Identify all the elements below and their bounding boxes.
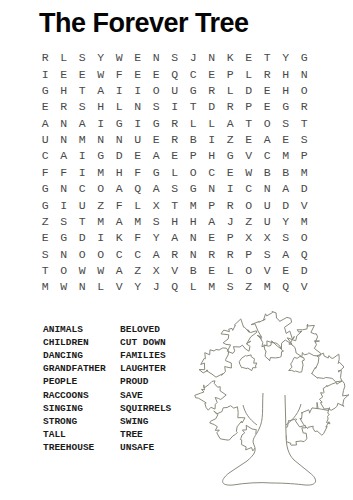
grid-cell-r4c10: D xyxy=(203,99,222,115)
grid-cell-r7c2: A xyxy=(55,148,74,164)
grid-cell-r12c15: O xyxy=(295,230,314,246)
grid-cell-r8c3: I xyxy=(73,164,92,180)
grid-cell-r14c8: V xyxy=(166,262,185,278)
grid-cell-r3c6: I xyxy=(129,83,148,99)
grid-cell-r7c8: E xyxy=(166,148,185,164)
grid-cell-r7c3: I xyxy=(73,148,92,164)
grid-cell-r5c13: O xyxy=(258,115,277,131)
grid-cell-r11c4: M xyxy=(92,213,111,229)
grid-cell-r11c8: H xyxy=(166,213,185,229)
grid-cell-r12c5: K xyxy=(110,230,129,246)
grid-cell-r11c2: S xyxy=(55,213,74,229)
grid-cell-r4c14: G xyxy=(277,99,296,115)
grid-cell-r5c5: G xyxy=(110,115,129,131)
grid-cell-r13c5: C xyxy=(110,246,129,262)
grid-cell-r6c13: A xyxy=(258,132,277,148)
grid-cell-r10c6: L xyxy=(129,197,148,213)
word-item: CUT DOWN xyxy=(120,336,171,349)
grid-cell-r1c14: Y xyxy=(277,50,296,66)
grid-cell-r5c14: S xyxy=(277,115,296,131)
tree-path xyxy=(319,381,349,411)
grid-cell-r8c11: E xyxy=(221,164,240,180)
grid-cell-r13c6: C xyxy=(129,246,148,262)
grid-cell-r3c8: U xyxy=(166,83,185,99)
grid-cell-r3c14: H xyxy=(277,83,296,99)
grid-cell-r5c9: L xyxy=(184,115,203,131)
grid-cell-r4c13: E xyxy=(258,99,277,115)
grid-cell-r10c10: P xyxy=(203,197,222,213)
grid-cell-r15c12: Z xyxy=(240,279,259,295)
grid-cell-r14c10: E xyxy=(203,262,222,278)
grid-cell-r4c1: E xyxy=(36,99,55,115)
grid-cell-r10c4: Z xyxy=(92,197,111,213)
grid-cell-r11c15: M xyxy=(295,213,314,229)
grid-cell-r8c9: O xyxy=(184,164,203,180)
word-item: FAMILIES xyxy=(120,349,171,362)
word-item: DANCING xyxy=(43,349,106,362)
grid-cell-r4c11: R xyxy=(221,99,240,115)
grid-cell-r10c13: U xyxy=(258,197,277,213)
grid-cell-r9c10: N xyxy=(203,181,222,197)
grid-cell-r15c6: Y xyxy=(129,279,148,295)
grid-cell-r15c14: Q xyxy=(277,279,296,295)
tree-illustration xyxy=(191,307,353,499)
grid-cell-r13c4: O xyxy=(92,246,111,262)
grid-cell-r13c11: R xyxy=(221,246,240,262)
grid-cell-r11c7: S xyxy=(147,213,166,229)
grid-cell-r15c3: N xyxy=(73,279,92,295)
grid-cell-r14c6: Z xyxy=(129,262,148,278)
grid-cell-r12c3: D xyxy=(73,230,92,246)
grid-cell-r14c15: D xyxy=(295,262,314,278)
grid-cell-r14c2: O xyxy=(55,262,74,278)
grid-cell-r8c4: M xyxy=(92,164,111,180)
word-search-grid: RLSYWENSJNKETYGIEEWFEEQCEPLRHNGHTAIIOUGR… xyxy=(36,50,314,295)
grid-cell-r11c10: A xyxy=(203,213,222,229)
grid-cell-r9c13: N xyxy=(258,181,277,197)
grid-cell-r13c8: R xyxy=(166,246,185,262)
grid-cell-r9c3: C xyxy=(73,181,92,197)
word-item: SQUIRRELS xyxy=(120,402,171,415)
grid-cell-r9c15: D xyxy=(295,181,314,197)
grid-cell-r5c12: T xyxy=(240,115,259,131)
grid-cell-r8c12: W xyxy=(240,164,259,180)
grid-cell-r1c5: W xyxy=(110,50,129,66)
grid-cell-r10c5: F xyxy=(110,197,129,213)
grid-cell-r4c3: S xyxy=(73,99,92,115)
grid-cell-r1c4: Y xyxy=(92,50,111,66)
grid-cell-r1c13: T xyxy=(258,50,277,66)
grid-cell-r12c14: S xyxy=(277,230,296,246)
grid-cell-r5c10: L xyxy=(203,115,222,131)
grid-cell-r13c2: N xyxy=(55,246,74,262)
grid-cell-r12c11: P xyxy=(221,230,240,246)
grid-cell-r8c6: F xyxy=(129,164,148,180)
grid-cell-r4c7: S xyxy=(147,99,166,115)
grid-cell-r2c15: N xyxy=(295,66,314,82)
grid-cell-r14c3: W xyxy=(73,262,92,278)
grid-cell-r10c11: R xyxy=(221,197,240,213)
grid-cell-r2c14: H xyxy=(277,66,296,82)
grid-cell-r14c1: T xyxy=(36,262,55,278)
grid-cell-r9c1: G xyxy=(36,181,55,197)
grid-cell-r12c4: I xyxy=(92,230,111,246)
grid-cell-r12c10: E xyxy=(203,230,222,246)
grid-cell-r8c15: M xyxy=(295,164,314,180)
grid-cell-r10c3: U xyxy=(73,197,92,213)
grid-cell-r5c8: R xyxy=(166,115,185,131)
word-item: TALL xyxy=(43,428,106,441)
grid-cell-r10c7: X xyxy=(147,197,166,213)
grid-cell-r2c2: E xyxy=(55,66,74,82)
grid-cell-r11c5: A xyxy=(110,213,129,229)
grid-cell-r3c15: O xyxy=(295,83,314,99)
grid-cell-r9c8: S xyxy=(166,181,185,197)
tree-path xyxy=(264,343,284,362)
grid-cell-r15c7: J xyxy=(147,279,166,295)
grid-cell-r6c15: S xyxy=(295,132,314,148)
page-title: The Forever Tree xyxy=(39,8,249,39)
grid-cell-r6c9: B xyxy=(184,132,203,148)
grid-cell-r1c9: J xyxy=(184,50,203,66)
grid-cell-r7c12: V xyxy=(240,148,259,164)
grid-cell-r4c2: R xyxy=(55,99,74,115)
grid-cell-r9c11: I xyxy=(221,181,240,197)
grid-cell-r12c7: Y xyxy=(147,230,166,246)
grid-cell-r6c14: E xyxy=(277,132,296,148)
grid-cell-r11c3: T xyxy=(73,213,92,229)
grid-cell-r10c8: T xyxy=(166,197,185,213)
word-item: SINGING xyxy=(43,402,106,415)
grid-cell-r4c12: P xyxy=(240,99,259,115)
grid-cell-r15c10: M xyxy=(203,279,222,295)
grid-cell-r2c13: R xyxy=(258,66,277,82)
grid-cell-r8c7: G xyxy=(147,164,166,180)
grid-cell-r8c8: L xyxy=(166,164,185,180)
grid-cell-r8c5: H xyxy=(110,164,129,180)
grid-cell-r15c1: M xyxy=(36,279,55,295)
grid-cell-r3c3: T xyxy=(73,83,92,99)
grid-cell-r11c1: Z xyxy=(36,213,55,229)
grid-cell-r7c5: D xyxy=(110,148,129,164)
grid-cell-r4c8: I xyxy=(166,99,185,115)
word-list-col2: BELOVEDCUT DOWNFAMILIESLAUGHTERPROUDSAVE… xyxy=(120,323,171,454)
grid-cell-r6c4: N xyxy=(92,132,111,148)
grid-cell-r7c6: E xyxy=(129,148,148,164)
word-item: PEOPLE xyxy=(43,375,106,388)
grid-cell-r2c8: Q xyxy=(166,66,185,82)
grid-cell-r4c15: R xyxy=(295,99,314,115)
grid-cell-r7c1: C xyxy=(36,148,55,164)
grid-cell-r7c11: G xyxy=(221,148,240,164)
grid-cell-r11c11: J xyxy=(221,213,240,229)
grid-cell-r5c11: A xyxy=(221,115,240,131)
word-item: PROUD xyxy=(120,375,171,388)
grid-cell-r13c9: N xyxy=(184,246,203,262)
grid-cell-r13c12: P xyxy=(240,246,259,262)
grid-cell-r1c6: E xyxy=(129,50,148,66)
grid-cell-r7c4: G xyxy=(92,148,111,164)
grid-cell-r4c5: L xyxy=(110,99,129,115)
grid-cell-r6c12: E xyxy=(240,132,259,148)
grid-cell-r10c9: M xyxy=(184,197,203,213)
grid-cell-r14c9: B xyxy=(184,262,203,278)
grid-cell-r14c13: V xyxy=(258,262,277,278)
grid-cell-r15c9: L xyxy=(184,279,203,295)
grid-cell-r3c12: D xyxy=(240,83,259,99)
word-item: LAUGHTER xyxy=(120,362,171,375)
grid-cell-r1c12: E xyxy=(240,50,259,66)
grid-cell-r15c13: M xyxy=(258,279,277,295)
grid-cell-r11c9: H xyxy=(184,213,203,229)
grid-cell-r13c7: A xyxy=(147,246,166,262)
grid-cell-r6c6: U xyxy=(129,132,148,148)
grid-cell-r7c10: H xyxy=(203,148,222,164)
grid-cell-r9c2: N xyxy=(55,181,74,197)
grid-cell-r12c6: F xyxy=(129,230,148,246)
tree-path xyxy=(300,402,330,435)
grid-cell-r13c13: S xyxy=(258,246,277,262)
grid-cell-r8c10: C xyxy=(203,164,222,180)
grid-cell-r13c3: O xyxy=(73,246,92,262)
grid-cell-r6c11: Z xyxy=(221,132,240,148)
grid-cell-r2c7: E xyxy=(147,66,166,82)
grid-cell-r5c7: G xyxy=(147,115,166,131)
grid-cell-r12c9: N xyxy=(184,230,203,246)
grid-cell-r6c7: E xyxy=(147,132,166,148)
grid-cell-r11c12: Z xyxy=(240,213,259,229)
grid-cell-r8c13: B xyxy=(258,164,277,180)
grid-cell-r6c5: N xyxy=(110,132,129,148)
grid-cell-r14c14: E xyxy=(277,262,296,278)
grid-cell-r2c1: I xyxy=(36,66,55,82)
grid-cell-r14c12: O xyxy=(240,262,259,278)
grid-cell-r13c14: A xyxy=(277,246,296,262)
grid-cell-r10c14: D xyxy=(277,197,296,213)
word-item: CHILDREN xyxy=(43,336,106,349)
worksheet-page: The Forever Tree RLSYWENSJNKETYGIEEWFEEQ… xyxy=(0,0,353,500)
grid-cell-r1c11: K xyxy=(221,50,240,66)
word-item: SAVE xyxy=(120,388,171,401)
grid-cell-r15c11: S xyxy=(221,279,240,295)
grid-cell-r4c9: T xyxy=(184,99,203,115)
grid-cell-r9c12: C xyxy=(240,181,259,197)
grid-cell-r12c1: E xyxy=(36,230,55,246)
grid-cell-r3c2: H xyxy=(55,83,74,99)
grid-cell-r15c5: V xyxy=(110,279,129,295)
grid-cell-r7c7: A xyxy=(147,148,166,164)
grid-cell-r15c2: W xyxy=(55,279,74,295)
word-item: ANIMALS xyxy=(43,323,106,336)
grid-cell-r5c6: I xyxy=(129,115,148,131)
grid-cell-r5c2: N xyxy=(55,115,74,131)
grid-cell-r13c1: S xyxy=(36,246,55,262)
grid-cell-r13c15: Q xyxy=(295,246,314,262)
grid-cell-r11c13: U xyxy=(258,213,277,229)
grid-cell-r10c12: O xyxy=(240,197,259,213)
word-item: GRANDFATHER xyxy=(43,362,106,375)
word-item: UNSAFE xyxy=(120,441,171,454)
grid-cell-r1c7: N xyxy=(147,50,166,66)
grid-cell-r1c8: S xyxy=(166,50,185,66)
grid-cell-r2c6: E xyxy=(129,66,148,82)
grid-cell-r2c4: W xyxy=(92,66,111,82)
grid-cell-r9c14: A xyxy=(277,181,296,197)
grid-cell-r5c4: I xyxy=(92,115,111,131)
grid-cell-r10c15: V xyxy=(295,197,314,213)
tree-drawing-svg xyxy=(191,307,353,499)
grid-cell-r6c3: M xyxy=(73,132,92,148)
grid-cell-r13c10: R xyxy=(203,246,222,262)
grid-cell-r3c11: L xyxy=(221,83,240,99)
grid-cell-r15c15: V xyxy=(295,279,314,295)
grid-cell-r5c1: A xyxy=(36,115,55,131)
grid-cell-r1c3: S xyxy=(73,50,92,66)
grid-cell-r1c15: G xyxy=(295,50,314,66)
word-item: SWING xyxy=(120,415,171,428)
grid-cell-r12c12: X xyxy=(240,230,259,246)
tree-path xyxy=(199,348,231,377)
grid-cell-r7c9: P xyxy=(184,148,203,164)
grid-cell-r6c2: N xyxy=(55,132,74,148)
grid-cell-r11c6: M xyxy=(129,213,148,229)
tree-path xyxy=(210,406,245,440)
tree-path xyxy=(243,405,257,425)
grid-cell-r2c11: P xyxy=(221,66,240,82)
grid-cell-r9c9: G xyxy=(184,181,203,197)
grid-cell-r2c10: E xyxy=(203,66,222,82)
grid-cell-r4c6: N xyxy=(129,99,148,115)
grid-cell-r3c4: A xyxy=(92,83,111,99)
grid-cell-r3c13: E xyxy=(258,83,277,99)
word-item: RACCOONS xyxy=(43,388,106,401)
grid-cell-r9c6: Q xyxy=(129,181,148,197)
grid-cell-r2c5: F xyxy=(110,66,129,82)
grid-cell-r6c8: R xyxy=(166,132,185,148)
grid-cell-r12c13: X xyxy=(258,230,277,246)
grid-cell-r2c9: C xyxy=(184,66,203,82)
grid-cell-r8c14: B xyxy=(277,164,296,180)
tree-path xyxy=(251,312,294,350)
grid-cell-r6c1: U xyxy=(36,132,55,148)
grid-cell-r5c15: T xyxy=(295,115,314,131)
grid-cell-r10c1: G xyxy=(36,197,55,213)
word-item: TREE xyxy=(120,428,171,441)
grid-cell-r2c3: E xyxy=(73,66,92,82)
grid-cell-r2c12: L xyxy=(240,66,259,82)
grid-cell-r15c4: L xyxy=(92,279,111,295)
grid-cell-r1c1: R xyxy=(36,50,55,66)
grid-cell-r15c8: Q xyxy=(166,279,185,295)
grid-cell-r10c2: I xyxy=(55,197,74,213)
grid-cell-r1c10: N xyxy=(203,50,222,66)
grid-cell-r3c7: O xyxy=(147,83,166,99)
grid-cell-r14c4: W xyxy=(92,262,111,278)
grid-cell-r7c13: C xyxy=(258,148,277,164)
grid-cell-r3c10: R xyxy=(203,83,222,99)
grid-cell-r12c2: G xyxy=(55,230,74,246)
grid-cell-r11c14: Y xyxy=(277,213,296,229)
grid-cell-r3c9: G xyxy=(184,83,203,99)
word-item: STRONG xyxy=(43,415,106,428)
tree-path xyxy=(239,355,256,371)
grid-cell-r14c7: X xyxy=(147,262,166,278)
grid-cell-r1c2: L xyxy=(55,50,74,66)
tree-path xyxy=(195,381,226,410)
word-item: BELOVED xyxy=(120,323,171,336)
grid-cell-r3c5: I xyxy=(110,83,129,99)
grid-cell-r9c4: O xyxy=(92,181,111,197)
grid-cell-r4c4: H xyxy=(92,99,111,115)
grid-cell-r7c15: P xyxy=(295,148,314,164)
grid-cell-r6c10: I xyxy=(203,132,222,148)
grid-cell-r9c5: A xyxy=(110,181,129,197)
grid-cell-r14c11: L xyxy=(221,262,240,278)
grid-cell-r3c1: G xyxy=(36,83,55,99)
tree-path xyxy=(312,353,345,382)
grid-cell-r14c5: A xyxy=(110,262,129,278)
word-list-col1: ANIMALSCHILDRENDANCINGGRANDFATHERPEOPLER… xyxy=(43,323,106,454)
grid-cell-r8c1: F xyxy=(36,164,55,180)
grid-cell-r8c2: F xyxy=(55,164,74,180)
word-item: TREEHOUSE xyxy=(43,441,106,454)
grid-cell-r12c8: A xyxy=(166,230,185,246)
grid-cell-r5c3: A xyxy=(73,115,92,131)
grid-cell-r9c7: A xyxy=(147,181,166,197)
grid-cell-r7c14: M xyxy=(277,148,296,164)
tree-path xyxy=(289,356,305,372)
